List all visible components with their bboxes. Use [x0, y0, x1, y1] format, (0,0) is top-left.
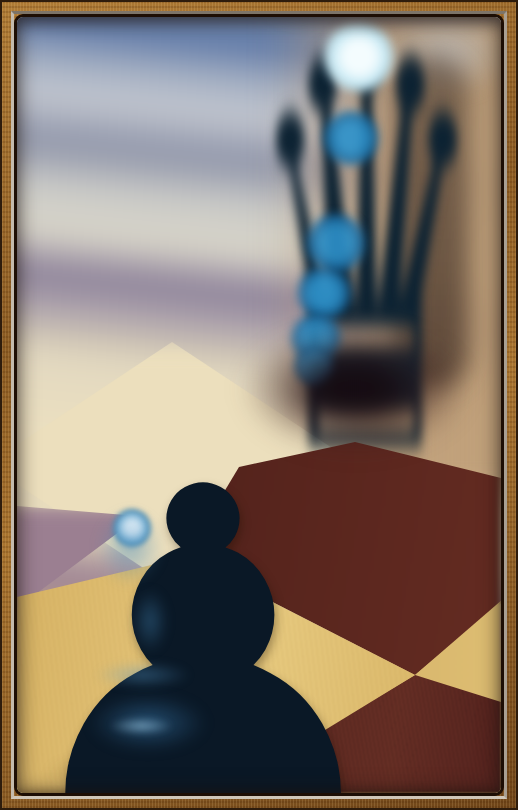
- frame-inner-line: ♛ ♟: [14, 14, 504, 796]
- framed-chess-photo: ♛ ♟: [0, 0, 518, 810]
- frame-bevel: ♛ ♟: [11, 11, 507, 799]
- wooden-frame: ♛ ♟: [0, 0, 518, 810]
- photo-vignette: [17, 17, 501, 793]
- chess-photo: ♛ ♟: [17, 17, 501, 793]
